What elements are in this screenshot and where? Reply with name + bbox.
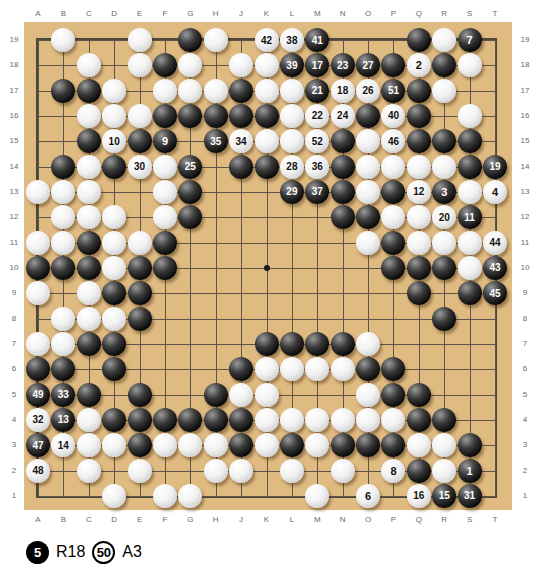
stone-black: 25 [178,155,202,179]
coordinate-label-right: 2 [517,466,533,476]
stone-black [407,459,431,483]
stone-white [77,307,101,331]
stone-white [381,155,405,179]
stone-black [255,104,279,128]
coordinate-label-bottom: B [55,515,71,525]
coordinate-label-top: M [309,9,325,19]
stone-white [280,79,304,103]
stone-white: 2 [407,53,431,77]
stone-black [381,383,405,407]
stone-black [458,155,482,179]
stone-black [407,79,431,103]
stone-white [458,231,482,255]
stone-black [432,307,456,331]
caption-black-stone: 5 [26,541,49,564]
stone-white [77,180,101,204]
stone-black [153,408,177,432]
coordinate-label-bottom: L [284,515,300,525]
coordinate-label-left: 2 [6,466,22,476]
stone-black [331,129,355,153]
stone-white [255,408,279,432]
stone-black: 19 [483,155,507,179]
coordinate-label-top: T [487,9,503,19]
stone-black [77,231,101,255]
stone-black [255,155,279,179]
stone-white [280,357,304,381]
coordinate-label-left: 12 [6,212,22,222]
stone-white [432,79,456,103]
stone-black [128,433,152,457]
stone-black [229,104,253,128]
stone-black [407,383,431,407]
stone-white [102,104,126,128]
coordinate-label-top: G [182,9,198,19]
coordinate-label-left: 19 [6,35,22,45]
stone-white [407,205,431,229]
coordinate-label-bottom: O [360,515,376,525]
stone-white [204,79,228,103]
stone-black [229,155,253,179]
stone-white [153,79,177,103]
coordinate-label-top: K [259,9,275,19]
coordinate-label-right: 9 [517,288,533,298]
coordinate-label-right: 13 [517,187,533,197]
stone-black [255,332,279,356]
stone-white: 12 [407,180,431,204]
stone-black [407,256,431,280]
stone-white [102,231,126,255]
stone-white [407,231,431,255]
move-caption: 5 R18 50 A3 [26,539,142,565]
stone-white [77,433,101,457]
coordinate-label-left: 17 [6,86,22,96]
stone-black: 23 [331,53,355,77]
coordinate-label-left: 16 [6,111,22,121]
stone-white: 6 [356,484,380,508]
coordinate-label-top: A [30,9,46,19]
stone-white [255,79,279,103]
stone-black [407,408,431,432]
coordinate-label-left: 14 [6,162,22,172]
stone-black [128,256,152,280]
stone-white: 4 [483,180,507,204]
stone-black [102,155,126,179]
coordinate-label-bottom: N [335,515,351,525]
coordinate-label-top: C [81,9,97,19]
stone-white [77,281,101,305]
stone-white: 42 [255,28,279,52]
coordinate-label-top: N [335,9,351,19]
stone-white [26,332,50,356]
stone-black [77,332,101,356]
stone-white [229,459,253,483]
stone-white [356,155,380,179]
coordinate-label-top: S [462,9,478,19]
stone-white [128,104,152,128]
stone-black [407,281,431,305]
stone-black [204,408,228,432]
stone-white [407,155,431,179]
stone-black [407,104,431,128]
stone-black [128,383,152,407]
coordinate-label-left: 6 [6,364,22,374]
stone-white [204,433,228,457]
stone-black: 51 [381,79,405,103]
stone-white [102,256,126,280]
stone-white [153,484,177,508]
stone-white: 8 [381,459,405,483]
stone-white [331,459,355,483]
stone-white [458,256,482,280]
caption-white-point: A3 [122,543,142,561]
stone-white [255,53,279,77]
coordinate-label-right: 12 [517,212,533,222]
stone-white: 26 [356,79,380,103]
stone-white [77,104,101,128]
stone-black [331,433,355,457]
coordinate-label-left: 1 [6,491,22,501]
stone-white [458,53,482,77]
stone-black [153,256,177,280]
coordinate-label-right: 14 [517,162,533,172]
coordinate-label-right: 17 [517,86,533,96]
coordinate-label-top: J [233,9,249,19]
coordinate-label-bottom: M [309,515,325,525]
stone-black [331,180,355,204]
coordinate-label-left: 11 [6,238,22,248]
coordinate-label-top: F [157,9,173,19]
stone-white [102,484,126,508]
stone-white [51,231,75,255]
coordinate-label-left: 4 [6,415,22,425]
stone-white: 30 [128,155,152,179]
caption-white-stone: 50 [92,541,115,564]
stone-black: 49 [26,383,50,407]
stone-black: 43 [483,256,507,280]
stone-white [407,433,431,457]
stone-black [128,307,152,331]
stone-black: 35 [204,129,228,153]
stone-white [77,408,101,432]
stone-black: 21 [305,79,329,103]
stone-white [153,155,177,179]
coordinate-label-bottom: E [132,515,148,525]
coordinate-label-top: B [55,9,71,19]
coordinate-label-right: 18 [517,60,533,70]
coordinate-label-bottom: C [81,515,97,525]
coordinate-label-left: 13 [6,187,22,197]
stone-white [204,459,228,483]
stone-black [280,433,304,457]
stone-white: 28 [280,155,304,179]
coordinate-label-right: 19 [517,35,533,45]
stone-white [26,231,50,255]
stone-white [331,408,355,432]
stone-white [204,28,228,52]
coordinate-label-right: 16 [517,111,533,121]
coordinate-label-right: 10 [517,263,533,273]
stone-white: 44 [483,231,507,255]
stone-black: 7 [458,28,482,52]
stone-white [51,307,75,331]
stone-white: 38 [280,28,304,52]
go-diagram-page: { "game": "go", "board_size": 19, "colum… [0,0,540,577]
stone-black: 29 [280,180,304,204]
coordinate-label-right: 7 [517,339,533,349]
coordinate-label-top: H [208,9,224,19]
coordinate-label-right: 3 [517,440,533,450]
stone-black [331,205,355,229]
stone-white [458,180,482,204]
stone-white [77,155,101,179]
caption-black-point: R18 [56,543,85,561]
stone-black [153,104,177,128]
coordinate-label-top: D [106,9,122,19]
stone-black [229,79,253,103]
stone-white [128,28,152,52]
coordinate-label-left: 8 [6,314,22,324]
stone-black [128,129,152,153]
stone-black: 33 [51,383,75,407]
stone-white [432,231,456,255]
stone-white [331,357,355,381]
coordinate-label-bottom: Q [411,515,427,525]
coordinate-label-right: 8 [517,314,533,324]
coordinate-label-bottom: H [208,515,224,525]
coordinate-label-top: O [360,9,376,19]
stone-white [77,205,101,229]
stone-white [255,357,279,381]
coordinate-label-right: 4 [517,415,533,425]
stone-white [458,104,482,128]
stone-black: 31 [458,484,482,508]
stone-white [280,104,304,128]
stone-white [356,408,380,432]
stone-black [356,104,380,128]
stone-white [153,180,177,204]
coordinate-label-bottom: T [487,515,503,525]
coordinate-label-bottom: K [259,515,275,525]
stone-black [280,332,304,356]
stone-black [381,231,405,255]
coordinate-label-right: 1 [517,491,533,501]
stone-black [407,28,431,52]
coordinate-label-top: R [436,9,452,19]
coordinate-label-right: 15 [517,136,533,146]
coordinate-label-bottom: A [30,515,46,525]
stone-black [458,129,482,153]
stone-black [77,383,101,407]
stone-white [102,307,126,331]
stone-white [356,180,380,204]
stone-black [77,79,101,103]
coordinate-label-left: 18 [6,60,22,70]
stone-white: 24 [331,104,355,128]
stone-black [331,155,355,179]
stone-white: 36 [305,155,329,179]
stone-white [356,231,380,255]
coordinate-label-bottom: P [385,515,401,525]
stone-white [128,459,152,483]
coordinate-label-bottom: R [436,515,452,525]
stone-black [204,383,228,407]
coordinate-label-left: 10 [6,263,22,273]
coordinate-label-left: 5 [6,390,22,400]
stone-black [458,433,482,457]
stone-black [128,408,152,432]
stone-black [331,332,355,356]
stone-black: 1 [458,459,482,483]
coordinate-label-right: 5 [517,390,533,400]
stone-white [255,129,279,153]
stone-black [458,281,482,305]
coordinate-label-bottom: D [106,515,122,525]
stone-black [128,281,152,305]
stone-black [26,256,50,280]
stone-white [280,408,304,432]
stone-white [432,155,456,179]
coordinate-label-left: 3 [6,440,22,450]
stone-black: 11 [458,205,482,229]
stone-black [102,332,126,356]
coordinate-label-left: 7 [6,339,22,349]
stone-black [204,104,228,128]
stone-white: 16 [407,484,431,508]
stone-white [356,383,380,407]
stone-black [51,155,75,179]
stone-white [26,180,50,204]
stone-white [77,459,101,483]
stone-white [229,383,253,407]
stone-black [77,256,101,280]
coordinate-label-right: 11 [517,238,533,248]
coordinate-label-top: Q [411,9,427,19]
stone-black [51,79,75,103]
stone-white: 18 [331,79,355,103]
star-point [264,265,270,271]
stone-white [356,332,380,356]
stone-white: 32 [26,408,50,432]
stone-white: 48 [26,459,50,483]
stone-black [153,231,177,255]
coordinate-label-bottom: F [157,515,173,525]
stone-white [77,53,101,77]
coordinate-label-bottom: G [182,515,198,525]
coordinate-label-top: P [385,9,401,19]
stone-white [102,79,126,103]
stone-black [229,408,253,432]
coordinate-label-left: 15 [6,136,22,146]
coordinate-label-right: 6 [517,364,533,374]
coordinate-label-left: 9 [6,288,22,298]
coordinate-label-top: E [132,9,148,19]
coordinate-label-top: L [284,9,300,19]
stone-black: 15 [432,484,456,508]
coordinate-label-bottom: S [462,515,478,525]
stone-black [77,129,101,153]
stone-black [102,408,126,432]
stone-white [128,231,152,255]
stone-white [432,459,456,483]
stone-white [255,433,279,457]
stone-black [407,129,431,153]
stone-white [255,383,279,407]
stone-white [178,79,202,103]
stone-white [280,459,304,483]
stone-white [128,53,152,77]
stone-black [432,408,456,432]
coordinate-label-bottom: J [233,515,249,525]
